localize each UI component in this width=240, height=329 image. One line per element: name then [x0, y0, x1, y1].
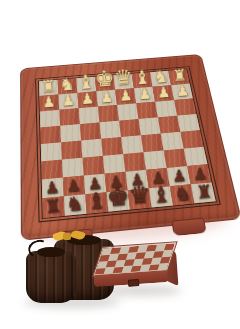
square-c3[interactable] [136, 102, 158, 119]
square-a2[interactable]: ♟ [171, 84, 193, 100]
square-a8[interactable]: ♜ [191, 182, 216, 203]
board-frame: ♜♞♝♚♛♝♞♜♟♟♟♟♟♟♟♟♟♟♟♟♟♟♟♟♜♞♝♚♛♝♞♜ [35, 66, 221, 222]
board-rim: ♜♞♝♚♛♝♞♜♟♟♟♟♟♟♟♟♟♟♟♟♟♟♟♟♜♞♝♚♛♝♞♜ [20, 54, 240, 241]
square-h6[interactable] [41, 160, 63, 180]
square-f5[interactable] [81, 139, 103, 158]
square-e5[interactable] [101, 137, 123, 156]
white-pawn[interactable]: ♟ [157, 85, 171, 100]
white-pawn[interactable]: ♟ [61, 93, 75, 109]
square-g5[interactable] [61, 141, 82, 160]
square-d5[interactable] [121, 135, 143, 154]
square-c4[interactable] [138, 117, 160, 135]
black-rook[interactable]: ♜ [44, 197, 62, 217]
chess-set-product-photo: ♜♞♝♚♛♝♞♜♟♟♟♟♟♟♟♟♟♟♟♟♟♟♟♟♜♞♝♚♛♝♞♜ [0, 0, 240, 329]
square-e8[interactable]: ♚ [106, 190, 130, 211]
square-b8[interactable]: ♞ [170, 184, 195, 205]
white-pawn[interactable]: ♟ [42, 95, 56, 111]
black-queen[interactable]: ♛ [128, 183, 151, 209]
square-h3[interactable] [40, 110, 60, 128]
square-g2[interactable]: ♟ [58, 93, 78, 110]
square-f3[interactable] [79, 107, 100, 124]
square-g8[interactable]: ♞ [64, 194, 87, 216]
square-g4[interactable] [60, 124, 81, 142]
square-a5[interactable] [180, 130, 203, 149]
square-h8[interactable]: ♜ [42, 196, 65, 218]
folded-board-case [92, 241, 185, 293]
black-bishop[interactable]: ♝ [151, 183, 172, 206]
square-d8[interactable]: ♛ [128, 188, 152, 209]
white-pawn[interactable]: ♟ [138, 87, 152, 102]
square-g6[interactable] [62, 158, 84, 178]
board-grid: ♜♞♝♚♛♝♞♜♟♟♟♟♟♟♟♟♟♟♟♟♟♟♟♟♜♞♝♚♛♝♞♜ [38, 68, 217, 219]
storage-pouch [26, 251, 76, 303]
square-b4[interactable] [158, 116, 180, 134]
square-e2[interactable]: ♟ [96, 90, 117, 107]
square-a3[interactable] [174, 98, 196, 115]
square-d3[interactable] [117, 103, 138, 120]
white-pawn[interactable]: ♟ [176, 84, 190, 99]
square-c2[interactable]: ♟ [134, 87, 155, 104]
black-knight[interactable]: ♞ [173, 183, 192, 204]
black-king[interactable]: ♚ [106, 184, 131, 211]
square-f6[interactable] [82, 156, 104, 176]
black-knight[interactable]: ♞ [65, 193, 84, 214]
white-pawn[interactable]: ♟ [119, 88, 133, 103]
white-king[interactable]: ♚ [94, 67, 115, 90]
black-bishop[interactable]: ♝ [86, 189, 107, 213]
square-h4[interactable] [40, 126, 61, 144]
square-e4[interactable] [99, 121, 121, 139]
white-pawn[interactable]: ♟ [80, 92, 94, 107]
square-d2[interactable]: ♟ [115, 88, 136, 105]
square-f4[interactable] [80, 122, 101, 140]
square-f2[interactable]: ♟ [77, 91, 97, 108]
square-a4[interactable] [177, 114, 200, 132]
square-e3[interactable] [98, 105, 119, 122]
drawstring-icon [26, 237, 51, 260]
white-pawn[interactable]: ♟ [100, 90, 114, 105]
chess-board: ♜♞♝♚♛♝♞♜♟♟♟♟♟♟♟♟♟♟♟♟♟♟♟♟♜♞♝♚♛♝♞♜ [20, 54, 240, 241]
square-d4[interactable] [119, 119, 141, 137]
black-rook[interactable]: ♜ [195, 182, 213, 202]
case-clasp [128, 279, 139, 287]
square-h5[interactable] [41, 142, 62, 161]
square-c8[interactable]: ♝ [149, 186, 173, 207]
square-g3[interactable] [59, 108, 80, 126]
board-foot-right [171, 218, 207, 237]
square-h2[interactable]: ♟ [39, 95, 59, 112]
square-f8[interactable]: ♝ [85, 192, 108, 213]
